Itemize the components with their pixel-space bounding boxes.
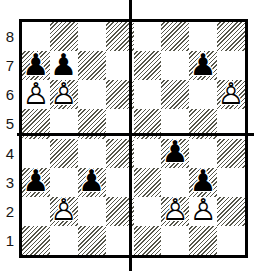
piece-black-pawn-b7: ♟: [50, 50, 78, 79]
square-b4[interactable]: [50, 139, 78, 168]
square-f7[interactable]: [161, 51, 189, 80]
rank-label-6: 6: [0, 80, 15, 109]
square-e3[interactable]: [134, 168, 162, 197]
chess-diagram: 8 7 6 5 4 3 2 1 ♟♟♟♟♙♟♙♟♙♟♟♟♟♟♙♟♙♟♙: [0, 0, 254, 274]
piece-black-pawn-a3: ♟: [22, 167, 50, 196]
square-h8[interactable]: [217, 22, 245, 51]
rank-label-4: 4: [0, 139, 15, 168]
square-e8[interactable]: [134, 22, 162, 51]
square-h4[interactable]: [217, 139, 245, 168]
square-a2[interactable]: [22, 197, 50, 226]
square-h6[interactable]: ♟♙: [217, 80, 245, 109]
square-b2[interactable]: ♟♙: [50, 197, 78, 226]
rank-label-2: 2: [0, 197, 15, 226]
piece-black-pawn-f4: ♟: [161, 138, 189, 167]
square-e7[interactable]: [134, 51, 162, 80]
square-f8[interactable]: [161, 22, 189, 51]
piece-white-pawn-fill-h6: ♟: [217, 79, 245, 108]
piece-black-pawn-g3: ♟: [189, 167, 217, 196]
square-f1[interactable]: [161, 226, 189, 255]
rank-label-3: 3: [0, 168, 15, 197]
square-e2[interactable]: [134, 197, 162, 226]
piece-white-pawn-b2: ♙: [50, 196, 78, 225]
square-a3[interactable]: ♟: [22, 168, 50, 197]
square-e1[interactable]: [134, 226, 162, 255]
square-e4[interactable]: [134, 139, 162, 168]
square-b6[interactable]: ♟♙: [50, 80, 78, 109]
square-g6[interactable]: [189, 80, 217, 109]
piece-white-pawn-f2: ♙: [161, 196, 189, 225]
square-c6[interactable]: [78, 80, 106, 109]
square-c2[interactable]: [78, 197, 106, 226]
rank-label-1: 1: [0, 226, 15, 255]
piece-white-pawn-b6: ♙: [50, 79, 78, 108]
piece-white-pawn-fill-a6: ♟: [22, 79, 50, 108]
square-g7[interactable]: ♟: [189, 51, 217, 80]
square-f3[interactable]: [161, 168, 189, 197]
rank-label-5: 5: [0, 109, 15, 138]
square-e6[interactable]: [134, 80, 162, 109]
square-h7[interactable]: [217, 51, 245, 80]
chess-board: ♟♟♟♟♙♟♙♟♙♟♟♟♟♟♙♟♙♟♙: [19, 19, 248, 258]
piece-white-pawn-fill-f2: ♟: [161, 196, 189, 225]
piece-black-pawn-g7: ♟: [189, 50, 217, 79]
square-a8[interactable]: [22, 22, 50, 51]
piece-black-pawn-c3: ♟: [78, 167, 106, 196]
square-a4[interactable]: [22, 139, 50, 168]
square-a1[interactable]: [22, 226, 50, 255]
square-c1[interactable]: [78, 226, 106, 255]
rank-labels-column: 8 7 6 5 4 3 2 1: [0, 22, 15, 255]
piece-white-pawn-fill-b6: ♟: [50, 79, 78, 108]
piece-white-pawn-fill-g2: ♟: [189, 196, 217, 225]
square-b3[interactable]: [50, 168, 78, 197]
square-h1[interactable]: [217, 226, 245, 255]
square-f4[interactable]: ♟: [161, 139, 189, 168]
piece-white-pawn-h6: ♙: [217, 79, 245, 108]
piece-black-pawn-a7: ♟: [22, 50, 50, 79]
square-b1[interactable]: [50, 226, 78, 255]
square-g2[interactable]: ♟♙: [189, 197, 217, 226]
quadrant-divider-horizontal: [17, 133, 254, 136]
rank-label-8: 8: [0, 22, 15, 51]
square-g3[interactable]: ♟: [189, 168, 217, 197]
square-c3[interactable]: ♟: [78, 168, 106, 197]
square-c4[interactable]: [78, 139, 106, 168]
square-h2[interactable]: [217, 197, 245, 226]
square-c7[interactable]: [78, 51, 106, 80]
board-grid: ♟♟♟♟♙♟♙♟♙♟♟♟♟♟♙♟♙♟♙: [22, 22, 245, 255]
piece-white-pawn-g2: ♙: [189, 196, 217, 225]
rank-label-7: 7: [0, 51, 15, 80]
square-a7[interactable]: ♟: [22, 51, 50, 80]
square-h3[interactable]: [217, 168, 245, 197]
square-a6[interactable]: ♟♙: [22, 80, 50, 109]
square-g4[interactable]: [189, 139, 217, 168]
square-f2[interactable]: ♟♙: [161, 197, 189, 226]
square-g1[interactable]: [189, 226, 217, 255]
square-c8[interactable]: [78, 22, 106, 51]
square-b7[interactable]: ♟: [50, 51, 78, 80]
square-f6[interactable]: [161, 80, 189, 109]
square-g8[interactable]: [189, 22, 217, 51]
piece-white-pawn-fill-b2: ♟: [50, 196, 78, 225]
square-b8[interactable]: [50, 22, 78, 51]
piece-white-pawn-a6: ♙: [22, 79, 50, 108]
